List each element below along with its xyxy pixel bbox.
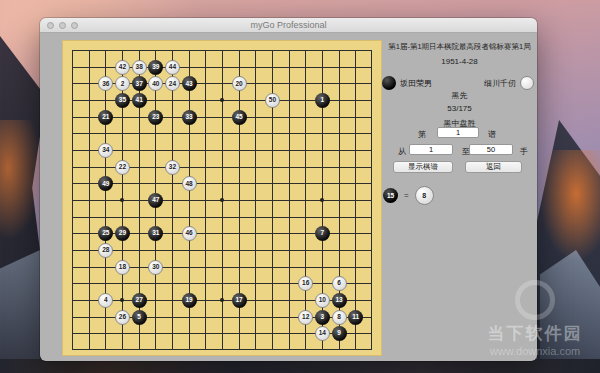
from-label: 从 [398,146,406,157]
stone-white-16: 16 [298,276,313,291]
show-kifu-button[interactable]: 显示棋谱 [393,161,453,173]
stone-black-23: 23 [148,110,163,125]
black-player: 坂田荣男 [382,76,432,90]
stone-white-12: 12 [298,310,313,325]
stone-black-25: 25 [98,226,113,241]
to-move-input[interactable] [469,144,513,155]
stone-white-38: 38 [132,60,147,75]
white-player: 细川千仞 [484,76,534,90]
stone-white-36: 36 [98,76,113,91]
stone-white-30: 30 [148,260,163,275]
stone-white-22: 22 [115,160,130,175]
stone-white-48: 48 [182,176,197,191]
stone-white-8: 8 [332,310,347,325]
stone-white-44: 44 [165,60,180,75]
stone-black-1: 1 [315,93,330,108]
stone-white-18: 18 [115,260,130,275]
game-date: 1951-4-28 [382,57,537,66]
game-info-panel: 第1届-第1期日本棋院最高段者锦标赛第1局 1951-4-28 坂田荣男 细川千… [382,33,537,361]
stone-white-50: 50 [265,93,280,108]
move-counter: 53/175 [382,104,537,113]
stone-white-4: 4 [98,293,113,308]
star-point [220,198,224,202]
star-point [220,298,224,302]
stone-black-21: 21 [98,110,113,125]
stone-black-7: 7 [315,226,330,241]
stone-white-14: 14 [315,326,330,341]
equals-sign: = [404,191,409,200]
star-point [220,98,224,102]
stone-white-10: 10 [315,293,330,308]
turn-label: 黑先 [382,90,537,101]
stone-black-5: 5 [132,310,147,325]
stone-black-17: 17 [232,293,247,308]
stone-black-19: 19 [182,293,197,308]
stone-black-33: 33 [182,110,197,125]
black-player-name: 坂田荣男 [400,78,432,89]
stone-black-27: 27 [132,293,147,308]
from-move-input[interactable] [409,144,453,155]
note-white-stone: 8 [415,186,434,205]
diagram-suffix-label: 谱 [488,129,496,140]
stone-black-41: 41 [132,93,147,108]
stone-white-24: 24 [165,76,180,91]
stone-black-9: 9 [332,326,347,341]
move-range-row: 从 至 手 [382,144,537,156]
stone-black-3: 3 [315,310,330,325]
wallpaper-alpenglow-right [540,150,600,260]
moves-unit-label: 手 [520,146,528,157]
stone-black-37: 37 [132,76,147,91]
wallpaper-snow-left [0,250,40,373]
stone-white-32: 32 [165,160,180,175]
event-title: 第1届-第1期日本棋院最高段者锦标赛第1局 [382,42,537,52]
app-window: myGo Professional 1234567891011121314161… [40,18,537,361]
diagram-number-row: 第 谱 [382,127,537,139]
stone-white-42: 42 [115,60,130,75]
stone-black-43: 43 [182,76,197,91]
stone-white-34: 34 [98,143,113,158]
stone-white-6: 6 [332,276,347,291]
black-stone-icon [382,76,396,90]
stone-black-47: 47 [148,193,163,208]
stone-white-2: 2 [115,76,130,91]
stone-white-26: 26 [115,310,130,325]
stone-white-28: 28 [98,243,113,258]
stone-black-49: 49 [98,176,113,191]
stone-white-46: 46 [182,226,197,241]
stone-grid: 1234567891011121314161718192021222324252… [64,42,380,358]
window-title: myGo Professional [40,20,537,30]
note-black-stone: 15 [383,188,398,203]
stone-white-40: 40 [148,76,163,91]
white-stone-icon [520,76,534,90]
stone-black-11: 11 [348,310,363,325]
back-button[interactable]: 返回 [465,161,522,173]
stone-black-29: 29 [115,226,130,241]
same-point-note: 15 = 8 [383,186,434,205]
diagram-prefix-label: 第 [418,129,426,140]
stone-black-45: 45 [232,110,247,125]
white-player-name: 细川千仞 [484,78,516,89]
stone-black-13: 13 [332,293,347,308]
star-point [320,198,324,202]
stone-black-39: 39 [148,60,163,75]
star-point [120,298,124,302]
wallpaper-mountain-bottom [0,359,600,373]
stone-black-35: 35 [115,93,130,108]
go-board: 1234567891011121314161718192021222324252… [62,40,382,356]
title-bar[interactable]: myGo Professional [40,18,537,33]
wallpaper-alpenglow-left [0,120,42,240]
diagram-number-input[interactable] [437,127,479,138]
stone-black-31: 31 [148,226,163,241]
stone-white-20: 20 [232,76,247,91]
star-point [120,198,124,202]
